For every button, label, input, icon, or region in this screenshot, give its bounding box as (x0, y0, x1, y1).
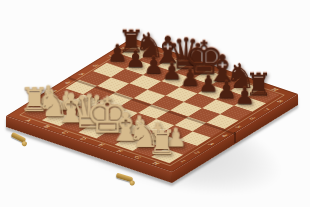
fold-seam-edge (234, 132, 236, 143)
product-photo-scene: ABCDEFGH ABCDEFGH 87654321 87654321 ♜♞♝♛… (0, 0, 310, 207)
piece-white-rook: ♜ (132, 126, 192, 159)
